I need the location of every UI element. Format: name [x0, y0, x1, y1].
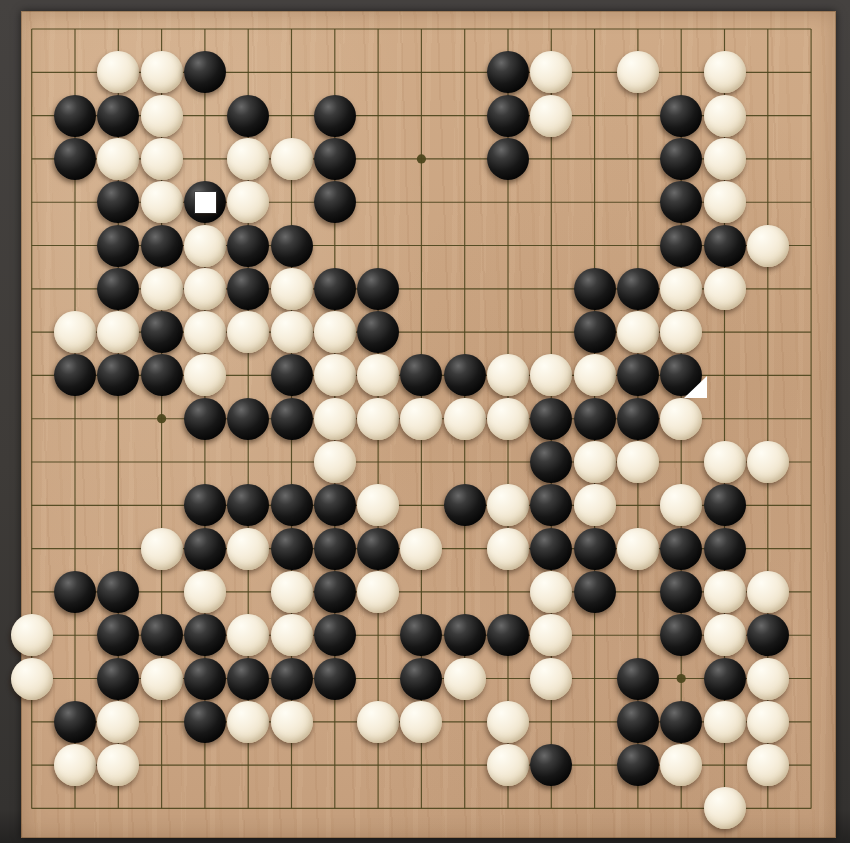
go-board[interactable] — [21, 11, 836, 838]
go-app-window — [0, 0, 850, 843]
